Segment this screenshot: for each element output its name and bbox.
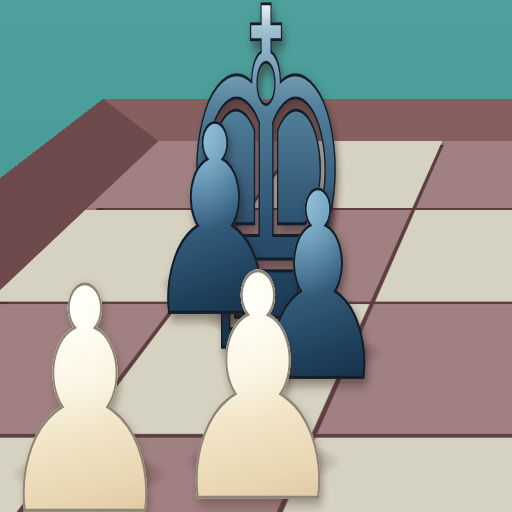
- white-pawn-icon: ♟: [0, 248, 177, 512]
- chess-app-icon[interactable]: ♚ ♟ ♟ ♟ ♟: [0, 0, 512, 512]
- white-pawn-icon: ♟: [166, 235, 349, 512]
